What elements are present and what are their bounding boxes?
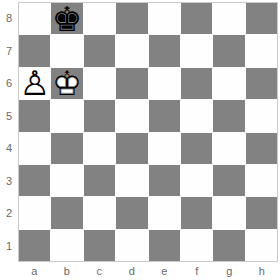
rank-label-8: 8 [0, 2, 18, 35]
square-e6[interactable] [149, 68, 180, 99]
file-labels: abcdefgh [18, 262, 278, 280]
square-b2[interactable] [51, 197, 82, 228]
square-g6[interactable] [213, 68, 244, 99]
square-c4[interactable] [84, 133, 115, 164]
black-king[interactable]: ♚ [51, 3, 82, 34]
square-f4[interactable] [181, 133, 212, 164]
chess-board: ♚♟♙♚♔ [18, 2, 278, 262]
square-e7[interactable] [149, 35, 180, 66]
square-e5[interactable] [149, 100, 180, 131]
square-e2[interactable] [149, 197, 180, 228]
square-h5[interactable] [246, 100, 277, 131]
square-b6[interactable]: ♚♔ [51, 68, 82, 99]
square-d8[interactable] [116, 3, 147, 34]
square-a2[interactable] [19, 197, 50, 228]
square-g7[interactable] [213, 35, 244, 66]
square-d4[interactable] [116, 133, 147, 164]
square-h4[interactable] [246, 133, 277, 164]
square-h7[interactable] [246, 35, 277, 66]
square-a7[interactable] [19, 35, 50, 66]
chess-diagram: 87654321 ♚♟♙♚♔ abcdefgh [0, 0, 280, 280]
square-a4[interactable] [19, 133, 50, 164]
square-f5[interactable] [181, 100, 212, 131]
square-d5[interactable] [116, 100, 147, 131]
square-f2[interactable] [181, 197, 212, 228]
square-c3[interactable] [84, 165, 115, 196]
white-king-outline-glyph: ♔ [52, 66, 82, 100]
square-b3[interactable] [51, 165, 82, 196]
square-g1[interactable] [213, 230, 244, 261]
square-f6[interactable] [181, 68, 212, 99]
square-h1[interactable] [246, 230, 277, 261]
square-b8[interactable]: ♚ [51, 3, 82, 34]
square-a5[interactable] [19, 100, 50, 131]
square-g3[interactable] [213, 165, 244, 196]
square-d2[interactable] [116, 197, 147, 228]
file-label-c: c [83, 262, 116, 280]
file-label-g: g [213, 262, 246, 280]
square-a6[interactable]: ♟♙ [19, 68, 50, 99]
square-e4[interactable] [149, 133, 180, 164]
square-c1[interactable] [84, 230, 115, 261]
square-h2[interactable] [246, 197, 277, 228]
rank-label-4: 4 [0, 132, 18, 165]
file-label-a: a [18, 262, 51, 280]
file-label-e: e [148, 262, 181, 280]
square-c6[interactable] [84, 68, 115, 99]
square-d6[interactable] [116, 68, 147, 99]
square-d3[interactable] [116, 165, 147, 196]
black-king-glyph: ♚ [52, 2, 82, 36]
white-pawn[interactable]: ♟♙ [19, 68, 50, 99]
file-label-b: b [51, 262, 84, 280]
square-c2[interactable] [84, 197, 115, 228]
file-label-f: f [181, 262, 214, 280]
square-a8[interactable] [19, 3, 50, 34]
square-g8[interactable] [213, 3, 244, 34]
square-f7[interactable] [181, 35, 212, 66]
square-b4[interactable] [51, 133, 82, 164]
square-b5[interactable] [51, 100, 82, 131]
square-g4[interactable] [213, 133, 244, 164]
rank-label-2: 2 [0, 197, 18, 230]
square-a1[interactable] [19, 230, 50, 261]
square-d7[interactable] [116, 35, 147, 66]
square-d1[interactable] [116, 230, 147, 261]
rank-labels: 87654321 [0, 2, 18, 262]
white-king[interactable]: ♚♔ [51, 68, 82, 99]
square-h6[interactable] [246, 68, 277, 99]
rank-label-7: 7 [0, 35, 18, 68]
rank-label-3: 3 [0, 165, 18, 198]
rank-label-6: 6 [0, 67, 18, 100]
square-c5[interactable] [84, 100, 115, 131]
square-b7[interactable] [51, 35, 82, 66]
square-e1[interactable] [149, 230, 180, 261]
white-pawn-outline-glyph: ♙ [19, 66, 49, 100]
square-f1[interactable] [181, 230, 212, 261]
square-a3[interactable] [19, 165, 50, 196]
square-c8[interactable] [84, 3, 115, 34]
square-e8[interactable] [149, 3, 180, 34]
rank-label-5: 5 [0, 100, 18, 133]
square-g2[interactable] [213, 197, 244, 228]
rank-label-1: 1 [0, 230, 18, 263]
square-b1[interactable] [51, 230, 82, 261]
square-h3[interactable] [246, 165, 277, 196]
square-f8[interactable] [181, 3, 212, 34]
file-label-h: h [246, 262, 279, 280]
file-label-d: d [116, 262, 149, 280]
square-g5[interactable] [213, 100, 244, 131]
square-f3[interactable] [181, 165, 212, 196]
square-e3[interactable] [149, 165, 180, 196]
square-h8[interactable] [246, 3, 277, 34]
square-c7[interactable] [84, 35, 115, 66]
